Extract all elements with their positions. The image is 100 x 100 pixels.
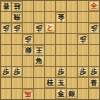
board-square[interactable]: 飛 bbox=[12, 12, 23, 23]
piece-pawn[interactable]: 歩 bbox=[78, 34, 88, 44]
board-square[interactable] bbox=[45, 45, 56, 56]
board-square[interactable] bbox=[34, 12, 45, 23]
board-square[interactable] bbox=[1, 78, 12, 89]
board-square[interactable] bbox=[78, 45, 89, 56]
board-square[interactable] bbox=[67, 12, 78, 23]
piece-silver[interactable]: 銀 bbox=[23, 45, 33, 55]
board-square[interactable] bbox=[1, 34, 12, 45]
board-square[interactable] bbox=[45, 67, 56, 78]
piece-gold[interactable]: 金 bbox=[56, 12, 66, 22]
board-square[interactable] bbox=[67, 45, 78, 56]
piece-pawn[interactable]: 歩 bbox=[23, 34, 33, 44]
piece-silver[interactable]: 銀 bbox=[67, 89, 77, 99]
piece-knight[interactable]: 桂 bbox=[45, 78, 55, 88]
board-square[interactable]: 桂 bbox=[45, 78, 56, 89]
board-square[interactable] bbox=[12, 78, 23, 89]
board-square[interactable] bbox=[34, 1, 45, 12]
board-square[interactable]: 歩 bbox=[23, 34, 34, 45]
board-square[interactable] bbox=[67, 56, 78, 67]
board-square[interactable]: 金 bbox=[56, 89, 67, 99]
board-square[interactable]: 銀 bbox=[23, 45, 34, 56]
board-square[interactable] bbox=[67, 34, 78, 45]
piece-pawn[interactable]: 歩 bbox=[89, 67, 99, 77]
piece-lance[interactable]: 香 bbox=[1, 1, 11, 11]
board-square[interactable] bbox=[1, 12, 12, 23]
board-square[interactable]: 歩 bbox=[78, 67, 89, 78]
board-square[interactable] bbox=[34, 34, 45, 45]
board-square[interactable] bbox=[56, 56, 67, 67]
board-square[interactable] bbox=[12, 45, 23, 56]
board-square[interactable] bbox=[78, 1, 89, 12]
piece-horse[interactable]: 馬 bbox=[23, 89, 33, 99]
board-square[interactable] bbox=[45, 56, 56, 67]
board-square[interactable] bbox=[67, 67, 78, 78]
board-square[interactable]: 歩 bbox=[1, 67, 12, 78]
board-square[interactable] bbox=[45, 34, 56, 45]
board-square[interactable] bbox=[89, 12, 99, 23]
board-square[interactable] bbox=[45, 12, 56, 23]
piece-king[interactable]: 王 bbox=[34, 45, 44, 55]
board-square[interactable] bbox=[23, 12, 34, 23]
piece-lance[interactable]: 香 bbox=[89, 78, 99, 88]
board-square[interactable]: 全 bbox=[89, 1, 99, 12]
board-square[interactable] bbox=[45, 1, 56, 12]
board-square[interactable] bbox=[12, 89, 23, 99]
piece-knight[interactable]: 桂 bbox=[12, 1, 22, 11]
board-square[interactable] bbox=[89, 56, 99, 67]
board-square[interactable]: 歩 bbox=[89, 67, 99, 78]
board-square[interactable]: 王 bbox=[34, 45, 45, 56]
piece-pawn[interactable]: 歩 bbox=[1, 23, 11, 33]
board-square[interactable] bbox=[1, 45, 12, 56]
board-square[interactable] bbox=[67, 78, 78, 89]
board-square[interactable] bbox=[89, 89, 99, 99]
piece-promoted-silver[interactable]: 全 bbox=[89, 1, 99, 11]
board-square[interactable] bbox=[56, 34, 67, 45]
board-square[interactable] bbox=[1, 56, 12, 67]
board-square[interactable] bbox=[67, 1, 78, 12]
board-square[interactable] bbox=[56, 1, 67, 12]
board-square[interactable]: 歩 bbox=[56, 67, 67, 78]
board-square[interactable] bbox=[23, 1, 34, 12]
board-square[interactable]: 香 bbox=[1, 1, 12, 12]
shogi-board: 香桂全飛金歩歩歩と歩歩歩銀王角歩歩歩歩歩桂玉香馬金銀 bbox=[0, 0, 100, 100]
board-square[interactable] bbox=[34, 89, 45, 99]
board-square[interactable] bbox=[89, 45, 99, 56]
piece-pawn[interactable]: 歩 bbox=[12, 67, 22, 77]
piece-bishop[interactable]: 角 bbox=[34, 56, 44, 66]
board-square[interactable]: 歩 bbox=[34, 23, 45, 34]
board-square[interactable] bbox=[78, 12, 89, 23]
board-square[interactable]: 馬 bbox=[23, 89, 34, 99]
board-square[interactable] bbox=[78, 78, 89, 89]
board-square[interactable]: 銀 bbox=[67, 89, 78, 99]
board-square[interactable] bbox=[23, 67, 34, 78]
board-square[interactable] bbox=[23, 56, 34, 67]
piece-pawn[interactable]: 歩 bbox=[78, 67, 88, 77]
board-square[interactable]: 歩 bbox=[78, 34, 89, 45]
board-square[interactable] bbox=[56, 45, 67, 56]
piece-pawn[interactable]: 歩 bbox=[56, 67, 66, 77]
piece-pawn[interactable]: 歩 bbox=[34, 23, 44, 33]
board-square[interactable]: 歩 bbox=[12, 23, 23, 34]
piece-pawn[interactable]: 歩 bbox=[89, 23, 99, 33]
board-square[interactable]: 桂 bbox=[12, 1, 23, 12]
board-square[interactable] bbox=[12, 56, 23, 67]
board-square[interactable] bbox=[34, 78, 45, 89]
board-square[interactable] bbox=[1, 89, 12, 99]
piece-gold[interactable]: 金 bbox=[56, 89, 66, 99]
board-square[interactable] bbox=[89, 34, 99, 45]
board-square[interactable]: 香 bbox=[89, 78, 99, 89]
board-square[interactable] bbox=[12, 34, 23, 45]
board-square[interactable]: 玉 bbox=[56, 78, 67, 89]
piece-king[interactable]: 玉 bbox=[56, 78, 66, 88]
board-square[interactable] bbox=[45, 89, 56, 99]
board-square[interactable] bbox=[34, 67, 45, 78]
piece-pawn[interactable]: 歩 bbox=[12, 23, 22, 33]
board-square[interactable] bbox=[78, 23, 89, 34]
piece-rook[interactable]: 飛 bbox=[12, 12, 22, 22]
board-square[interactable] bbox=[23, 23, 34, 34]
board-square[interactable]: と bbox=[45, 23, 56, 34]
board-square[interactable] bbox=[23, 78, 34, 89]
board-square[interactable]: 角 bbox=[34, 56, 45, 67]
board-square[interactable] bbox=[78, 56, 89, 67]
board-square[interactable] bbox=[56, 23, 67, 34]
board-square[interactable]: 歩 bbox=[1, 23, 12, 34]
board-square[interactable] bbox=[67, 23, 78, 34]
piece-tokin[interactable]: と bbox=[45, 23, 55, 33]
board-square[interactable]: 歩 bbox=[12, 67, 23, 78]
board-square[interactable] bbox=[78, 89, 89, 99]
board-square[interactable]: 金 bbox=[56, 12, 67, 23]
piece-pawn[interactable]: 歩 bbox=[1, 67, 11, 77]
board-square[interactable]: 歩 bbox=[89, 23, 99, 34]
